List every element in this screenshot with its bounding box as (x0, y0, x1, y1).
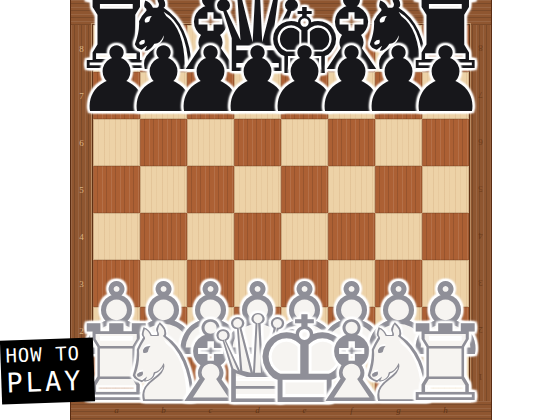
how-to-play-label-line1: HOW TO (5, 341, 94, 366)
chess-app: { "game": "chess", "position": { "fen": … (0, 0, 560, 420)
how-to-play-label-line2: PLAY (6, 364, 95, 398)
how-to-play-button[interactable]: HOW TO PLAY (0, 337, 95, 404)
black-pawn-icon: ♟ (405, 35, 486, 125)
white-rook-outline-icon: ♖ (398, 312, 492, 417)
chess-board: 8877665544332211abcdefgh ♜♞♝♛♚♝♞♜♟♟♟♟♟♟♟… (70, 0, 492, 420)
pieces-layer: ♜♞♝♛♚♝♞♜♟♟♟♟♟♟♟♟♟♙♟♙♟♙♟♙♟♙♟♙♟♙♟♙♜♖♞♘♝♗♛♕… (70, 0, 492, 420)
